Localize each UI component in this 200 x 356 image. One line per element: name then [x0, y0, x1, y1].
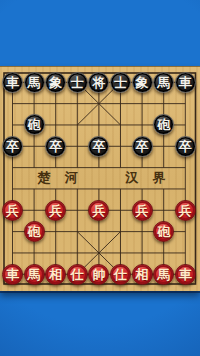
piece-black-chariot[interactable]: 車	[175, 72, 196, 93]
piece-red-cannon[interactable]: 砲	[24, 221, 45, 242]
piece-black-advisor[interactable]: 士	[110, 72, 131, 93]
app-background: 楚 河 汉 界 車馬象士将士象馬車砲砲卒卒卒卒卒兵兵兵兵兵砲砲車馬相仕帥仕相馬車	[0, 0, 200, 356]
piece-black-soldier[interactable]: 卒	[175, 136, 196, 157]
piece-red-soldier[interactable]: 兵	[2, 200, 23, 221]
piece-red-soldier[interactable]: 兵	[45, 200, 66, 221]
piece-red-horse[interactable]: 馬	[153, 264, 174, 285]
piece-black-advisor[interactable]: 士	[67, 72, 88, 93]
piece-black-elephant[interactable]: 象	[132, 72, 153, 93]
piece-black-horse[interactable]: 馬	[24, 72, 45, 93]
piece-red-chariot[interactable]: 車	[2, 264, 23, 285]
river-label-chu: 楚 河	[20, 168, 100, 188]
piece-black-soldier[interactable]: 卒	[132, 136, 153, 157]
piece-red-soldier[interactable]: 兵	[132, 200, 153, 221]
piece-red-chariot[interactable]: 車	[175, 264, 196, 285]
xiangqi-board[interactable]: 楚 河 汉 界 車馬象士将士象馬車砲砲卒卒卒卒卒兵兵兵兵兵砲砲車馬相仕帥仕相馬車	[0, 66, 200, 291]
piece-red-elephant[interactable]: 相	[45, 264, 66, 285]
piece-red-elephant[interactable]: 相	[132, 264, 153, 285]
piece-red-advisor[interactable]: 仕	[110, 264, 131, 285]
piece-red-horse[interactable]: 馬	[24, 264, 45, 285]
piece-black-horse[interactable]: 馬	[153, 72, 174, 93]
piece-red-advisor[interactable]: 仕	[67, 264, 88, 285]
piece-black-soldier[interactable]: 卒	[2, 136, 23, 157]
piece-black-elephant[interactable]: 象	[45, 72, 66, 93]
piece-black-soldier[interactable]: 卒	[45, 136, 66, 157]
piece-black-chariot[interactable]: 車	[2, 72, 23, 93]
river-label-han: 汉 界	[108, 168, 188, 188]
piece-black-cannon[interactable]: 砲	[24, 114, 45, 135]
piece-red-soldier[interactable]: 兵	[175, 200, 196, 221]
